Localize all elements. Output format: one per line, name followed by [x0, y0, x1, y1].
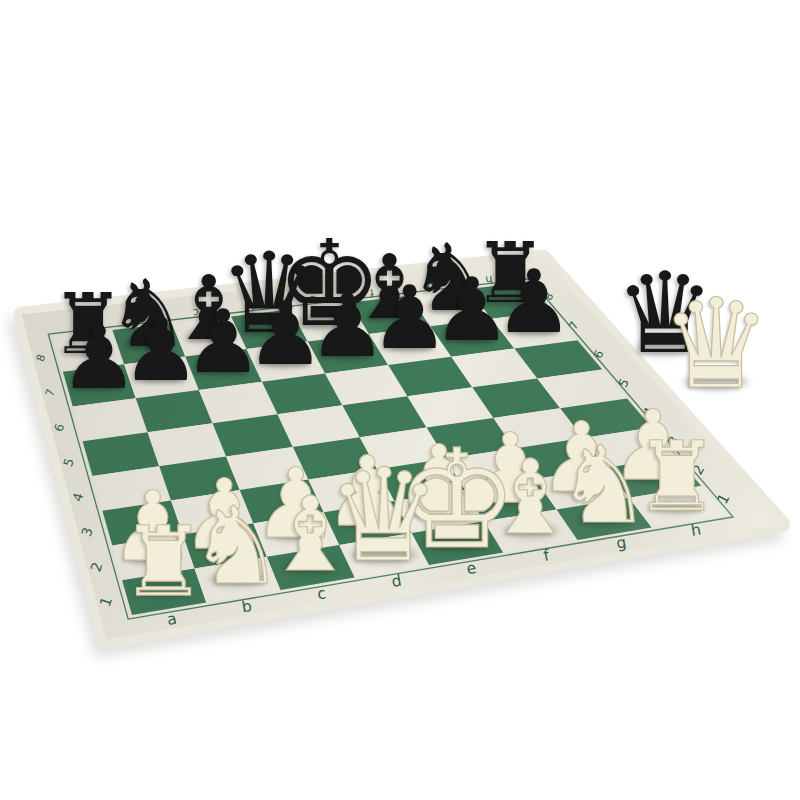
coord-file-h-top: h — [485, 273, 493, 287]
coord-file-a-top: a — [75, 319, 83, 333]
chess-set-photo: aabbccddeeffgghh8877665544332211 ♜♞♝♛♚♝♞… — [0, 0, 800, 800]
coord-file-b-top: b — [133, 312, 141, 326]
coord-file-g-top: g — [426, 279, 434, 293]
board-mat-svg: aabbccddeeffgghh8877665544332211 — [0, 0, 800, 800]
coord-file-d-top: d — [250, 299, 258, 313]
